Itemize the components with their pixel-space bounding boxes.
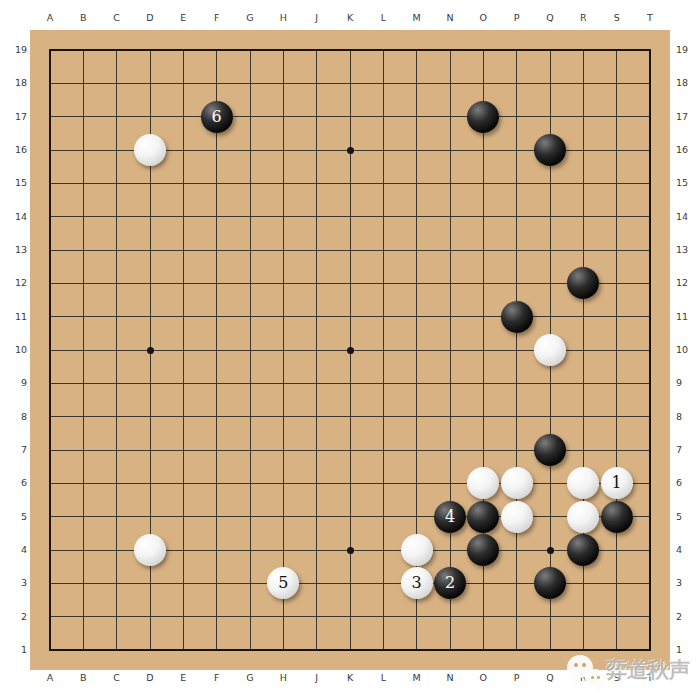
column-label-bottom: O	[480, 673, 487, 683]
row-label-left: 14	[4, 212, 27, 222]
stone-black-P11	[501, 301, 533, 333]
row-label-right: 16	[676, 145, 700, 155]
star-point-K10	[347, 347, 354, 354]
watermark: 弈道秋声	[566, 646, 700, 694]
column-label-top: D	[146, 13, 153, 23]
row-label-right: 18	[676, 78, 700, 88]
column-label-top: E	[180, 13, 186, 23]
row-label-left: 10	[4, 345, 27, 355]
column-label-top: M	[413, 13, 421, 23]
row-label-left: 19	[4, 45, 27, 55]
stone-white-P6	[501, 467, 533, 499]
move-number-3: 3	[412, 567, 422, 599]
stone-black-O5	[467, 501, 499, 533]
bubble-eye	[582, 663, 586, 667]
star-point-K16	[347, 147, 354, 154]
column-label-top: H	[280, 13, 287, 23]
move-number-4: 4	[445, 501, 455, 533]
row-label-left: 17	[4, 112, 27, 122]
column-label-bottom: Q	[546, 673, 553, 683]
row-label-left: 11	[4, 312, 27, 322]
move-number-5: 5	[278, 567, 288, 599]
column-label-top: G	[246, 13, 253, 23]
stone-white-S6: 1	[601, 467, 633, 499]
stone-black-S5	[601, 501, 633, 533]
stone-black-O17	[467, 101, 499, 133]
column-label-bottom: E	[180, 673, 186, 683]
row-label-right: 6	[676, 478, 700, 488]
move-number-2: 2	[445, 567, 455, 599]
stone-black-Q16	[534, 134, 566, 166]
watermark-text: 弈道秋声	[606, 656, 690, 684]
column-label-bottom: N	[446, 673, 453, 683]
row-label-left: 12	[4, 278, 27, 288]
column-label-top: O	[480, 13, 487, 23]
bubble-eye	[597, 676, 600, 679]
column-label-bottom: H	[280, 673, 287, 683]
column-label-bottom: C	[113, 673, 120, 683]
row-label-left: 4	[4, 545, 27, 555]
row-label-right: 7	[676, 445, 700, 455]
go-diagram: AABBCCDDEEFFGGHHJJKKLLMMNNOOPPQQRRSSTT11…	[0, 0, 700, 700]
row-label-left: 8	[4, 412, 27, 422]
column-label-top: L	[381, 13, 386, 23]
row-label-right: 14	[676, 212, 700, 222]
column-label-bottom: P	[514, 673, 520, 683]
column-label-bottom: F	[214, 673, 219, 683]
column-label-bottom: G	[246, 673, 253, 683]
star-point-K4	[347, 547, 354, 554]
column-label-top: Q	[546, 13, 553, 23]
stone-black-F17: 6	[201, 101, 233, 133]
column-label-bottom: L	[381, 673, 386, 683]
row-label-left: 3	[4, 578, 27, 588]
row-label-left: 18	[4, 78, 27, 88]
stone-white-M4	[401, 534, 433, 566]
row-label-left: 16	[4, 145, 27, 155]
column-label-bottom: M	[413, 673, 421, 683]
row-label-left: 2	[4, 612, 27, 622]
row-label-right: 3	[676, 578, 700, 588]
row-label-left: 13	[4, 245, 27, 255]
column-label-bottom: A	[47, 673, 54, 683]
row-label-left: 7	[4, 445, 27, 455]
row-label-left: 9	[4, 378, 27, 388]
row-label-right: 2	[676, 612, 700, 622]
wechat-icon	[566, 649, 606, 691]
stone-white-D4	[134, 534, 166, 566]
row-label-left: 1	[4, 645, 27, 655]
row-label-right: 19	[676, 45, 700, 55]
row-label-left: 5	[4, 512, 27, 522]
row-label-right: 12	[676, 278, 700, 288]
row-label-right: 13	[676, 245, 700, 255]
column-label-top: P	[514, 13, 520, 23]
star-point-Q4	[547, 547, 554, 554]
stone-white-R5	[567, 501, 599, 533]
stone-white-D16	[134, 134, 166, 166]
row-label-right: 4	[676, 545, 700, 555]
row-label-left: 6	[4, 478, 27, 488]
stone-white-M3: 3	[401, 567, 433, 599]
column-label-top: B	[80, 13, 87, 23]
column-label-bottom: J	[315, 673, 318, 683]
wechat-bubble-small	[585, 669, 605, 687]
stone-black-Q7	[534, 434, 566, 466]
column-label-top: C	[113, 13, 120, 23]
column-label-top: T	[647, 13, 653, 23]
column-label-top: J	[315, 13, 318, 23]
stone-white-Q10	[534, 334, 566, 366]
row-label-right: 11	[676, 312, 700, 322]
stone-white-P5	[501, 501, 533, 533]
move-number-1: 1	[612, 467, 622, 499]
row-label-right: 8	[676, 412, 700, 422]
column-label-bottom: D	[146, 673, 153, 683]
row-label-right: 5	[676, 512, 700, 522]
row-label-right: 9	[676, 378, 700, 388]
column-label-top: S	[614, 13, 620, 23]
column-label-top: R	[580, 13, 587, 23]
bubble-eye	[591, 676, 594, 679]
bubble-eye	[574, 663, 578, 667]
star-point-D10	[147, 347, 154, 354]
column-label-top: F	[214, 13, 219, 23]
column-label-top: N	[446, 13, 453, 23]
row-label-right: 15	[676, 178, 700, 188]
stone-black-N5: 4	[434, 501, 466, 533]
row-label-right: 10	[676, 345, 700, 355]
column-label-top: A	[47, 13, 54, 23]
row-label-right: 17	[676, 112, 700, 122]
column-label-top: K	[347, 13, 353, 23]
move-number-6: 6	[212, 101, 222, 133]
column-label-bottom: B	[80, 673, 87, 683]
column-label-bottom: K	[347, 673, 353, 683]
row-label-left: 15	[4, 178, 27, 188]
